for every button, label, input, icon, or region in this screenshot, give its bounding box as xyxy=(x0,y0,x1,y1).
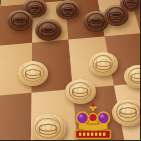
light-checker-glyph: ⛀ xyxy=(24,64,42,82)
dark-checker-glyph: ⛂ xyxy=(61,3,75,17)
dark-checker-piece[interactable]: ⛂ xyxy=(35,19,62,41)
dark-checker-glyph: ⛂ xyxy=(40,22,56,37)
dark-checker-piece[interactable]: ⛂ xyxy=(56,0,80,20)
light-checker-piece[interactable]: ⛀ xyxy=(65,79,96,104)
dark-checker-piece[interactable]: ⛂ xyxy=(7,10,33,31)
light-checker-glyph: ⛀ xyxy=(71,82,89,100)
dark-checker-glyph: ⛂ xyxy=(124,0,137,9)
dark-checker-glyph: ⛂ xyxy=(12,12,28,27)
dark-checker-glyph: ⛂ xyxy=(28,1,42,15)
light-checker-piece[interactable]: ⛀ xyxy=(89,52,118,76)
light-checker-piece[interactable]: ⛀ xyxy=(112,99,141,126)
light-checker-glyph: ⛀ xyxy=(118,102,138,121)
light-checker-glyph: ⛀ xyxy=(130,68,140,84)
checkers-board-photo: ⛂⛂⛂⛂⛂⛂⛂⛀⛀⛀⛀⛀⛀ xyxy=(0,0,140,140)
crown-jewel-center xyxy=(89,113,97,121)
dark-checker-glyph: ⛂ xyxy=(108,8,123,22)
square-c8[interactable] xyxy=(0,93,31,140)
light-checker-glyph: ⛀ xyxy=(94,56,112,73)
crown-jewel-left xyxy=(77,112,89,124)
crown-logo-icon xyxy=(72,102,114,140)
light-checker-piece[interactable]: ⛀ xyxy=(31,114,66,141)
light-checker-piece[interactable]: ⛀ xyxy=(18,61,48,86)
light-checker-glyph: ⛀ xyxy=(38,118,59,138)
crown-jewel-right xyxy=(98,112,110,124)
dark-checker-glyph: ⛂ xyxy=(88,13,104,28)
